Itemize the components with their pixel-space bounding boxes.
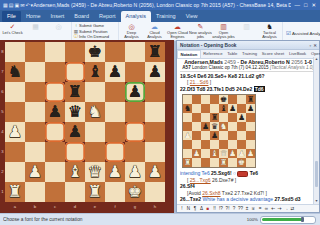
file-label-b: b bbox=[25, 202, 45, 211]
white-rook: ♜ bbox=[88, 182, 102, 202]
square-b4[interactable] bbox=[25, 122, 45, 142]
eco-code: A57 bbox=[182, 65, 190, 70]
maximize-button[interactable]: □ bbox=[304, 2, 307, 8]
square-e7[interactable]: ♝ bbox=[85, 62, 105, 82]
mini-square-e6 bbox=[219, 113, 228, 122]
white-rook: ♜ bbox=[220, 158, 227, 167]
mini-square-e8: ♚ bbox=[219, 95, 228, 104]
square-b8[interactable] bbox=[25, 42, 45, 62]
file-label-c: c bbox=[45, 202, 65, 211]
black-pawn: ♟ bbox=[68, 122, 82, 142]
annotation-text: 26.Dxe7# ] bbox=[211, 177, 237, 183]
lets-check-icon: ✓ bbox=[1, 23, 24, 31]
mini-square-c1 bbox=[201, 158, 210, 167]
notation-panel-title: Notation - Opening Book bbox=[177, 43, 310, 48]
mini-square-b3 bbox=[192, 140, 201, 149]
symbol-button-13[interactable]: ∞ bbox=[264, 205, 270, 212]
mini-square-c3 bbox=[201, 140, 210, 149]
square-f6[interactable] bbox=[105, 82, 125, 102]
ribbon-tab-strip: FileHomeInsertBoardReportAnalysisTrainin… bbox=[0, 10, 320, 22]
open-icon[interactable]: ▤ bbox=[9, 2, 14, 8]
square-h2[interactable]: ♟ bbox=[145, 162, 165, 182]
square-b7[interactable] bbox=[25, 62, 45, 82]
square-g6[interactable]: ♟ bbox=[125, 82, 145, 102]
new-analysis-jobs-icon: ✎ bbox=[189, 23, 212, 31]
square-g4[interactable] bbox=[125, 122, 145, 142]
annotation-text: [Avoid bbox=[187, 190, 202, 196]
mini-square-g6: ♟ bbox=[237, 113, 246, 122]
square-e2[interactable]: ♛ bbox=[85, 162, 105, 182]
ribbon-item-deep-analysis[interactable]: ◎Deep Analysis bbox=[120, 23, 143, 40]
notation-content: Andersen,Mads 2459 - De Abreu,Roberto N … bbox=[177, 57, 317, 205]
square-f8[interactable] bbox=[105, 42, 125, 62]
white-pawn: ♟ bbox=[28, 162, 42, 182]
square-h4[interactable] bbox=[145, 122, 165, 142]
mini-square-g3 bbox=[237, 140, 246, 149]
board-window-icon[interactable]: ▦ bbox=[3, 2, 8, 8]
quick-access-toolbar: ▦▤▣✉↶▾ bbox=[3, 2, 33, 8]
square-e1[interactable]: ♜ bbox=[85, 182, 105, 202]
ribbon-item-edit-analysis-jobs-icon: ▥ bbox=[235, 23, 258, 40]
square-f1[interactable] bbox=[105, 182, 125, 202]
mini-square-b4 bbox=[192, 131, 201, 140]
square-c4[interactable] bbox=[45, 122, 65, 142]
ribbon-item-open-analysis-jobs[interactable]: ▥Open analysis jobs bbox=[212, 23, 235, 40]
mini-square-h4 bbox=[246, 131, 255, 140]
mini-square-d8 bbox=[210, 95, 219, 104]
square-d3[interactable] bbox=[65, 142, 85, 162]
square-f7[interactable]: ♟ bbox=[105, 62, 125, 82]
black-queen: ♛ bbox=[68, 102, 82, 122]
mini-square-g8 bbox=[237, 95, 246, 104]
move-token[interactable]: Te6 bbox=[248, 170, 258, 176]
mini-square-g4 bbox=[237, 131, 246, 140]
ribbon-group-0: ✓Let's Check▦◎ bbox=[0, 22, 72, 40]
black-knight: ♞ bbox=[184, 104, 191, 113]
minimize-button[interactable]: — bbox=[295, 2, 301, 8]
square-e3[interactable] bbox=[85, 142, 105, 162]
square-h3[interactable] bbox=[145, 142, 165, 162]
square-c1[interactable] bbox=[45, 182, 65, 202]
black-bishop: ♝ bbox=[220, 104, 227, 113]
square-d4[interactable]: ♟ bbox=[65, 122, 85, 142]
square-a1[interactable]: ♜ bbox=[5, 182, 25, 202]
square-a4[interactable]: ♟ bbox=[5, 122, 25, 142]
black-pawn: ♟ bbox=[148, 62, 162, 82]
mini-square-h8: ♜ bbox=[246, 95, 255, 104]
square-a7[interactable]: ♞ bbox=[5, 62, 25, 82]
mini-square-d4: ♟ bbox=[210, 131, 219, 140]
mini-square-e7: ♝ bbox=[219, 104, 228, 113]
square-h7[interactable]: ♟ bbox=[145, 62, 165, 82]
ribbon-item-open-cloud-engines[interactable]: ☁Open Cloud Engines bbox=[166, 23, 189, 40]
file-label-f: f bbox=[105, 202, 125, 211]
mini-square-f6 bbox=[228, 113, 237, 122]
square-a6[interactable] bbox=[5, 82, 25, 102]
annotation-text: Txe2 27.Txe2 Kd7! ] bbox=[221, 190, 267, 196]
mini-square-b2: ♟ bbox=[192, 149, 201, 158]
move-token[interactable]: 26.Sf4 bbox=[180, 183, 195, 189]
ribbon-item-let-s-check[interactable]: ✓Let's Check bbox=[1, 23, 24, 40]
square-a5[interactable] bbox=[5, 102, 25, 122]
move-list: 19.Sc4 De6 20.Se5+ Ke8 21.Ld2 g6?[ 21...… bbox=[180, 73, 316, 205]
mini-square-d2: ♝ bbox=[210, 149, 219, 158]
window-controls: — □ ✕ bbox=[295, 2, 316, 8]
square-b5[interactable] bbox=[25, 102, 45, 122]
square-d7[interactable] bbox=[65, 62, 85, 82]
mini-square-h3 bbox=[246, 140, 255, 149]
square-g3[interactable] bbox=[125, 142, 145, 162]
file-label-g: g bbox=[125, 202, 145, 211]
symbol-button-10[interactable]: ± bbox=[244, 205, 250, 212]
mini-square-h5 bbox=[246, 122, 255, 131]
black-knight: ♞ bbox=[8, 62, 22, 82]
square-d5[interactable]: ♛ bbox=[65, 102, 85, 122]
chessbase-window: ▦▤▣✉↶▾ Andersen,Mads (2459) - De Abreu,R… bbox=[0, 0, 320, 225]
mini-square-c7 bbox=[201, 104, 210, 113]
white-queen: ♛ bbox=[220, 149, 227, 158]
mail-icon[interactable]: ✉ bbox=[20, 2, 24, 8]
close-button[interactable]: ✕ bbox=[311, 2, 316, 8]
white-queen: ♛ bbox=[88, 162, 102, 182]
mini-square-d5: ♛ bbox=[210, 122, 219, 131]
mini-square-b5 bbox=[192, 122, 201, 131]
symbol-button-12[interactable]: = bbox=[257, 205, 263, 212]
square-g2[interactable]: ♟ bbox=[125, 162, 145, 182]
symbol-button-1[interactable]: N bbox=[186, 205, 192, 212]
zoom-value: 100% bbox=[247, 217, 258, 222]
square-d2[interactable]: ♝ bbox=[65, 162, 85, 182]
ribbon-item-check-statistics-icon: ◎ bbox=[47, 23, 70, 40]
check-statistics-icon: ◎ bbox=[47, 23, 70, 31]
notation-panel: Notation - Opening Book ▫ ✕ NotationRefe… bbox=[176, 40, 320, 213]
mini-square-c2 bbox=[201, 149, 210, 158]
board-panel: 87654321 ♚♜♞♝♟♟♜♟♟♛♞♟♟♟♝♛♟♟♟♜♜♚ abcdefgh bbox=[0, 40, 174, 213]
annotation-symbols-toolbar: !N¶Δ■!!!??!???±∓=∞+--+→⇄ bbox=[177, 204, 319, 212]
mini-square-b1 bbox=[192, 158, 201, 167]
mini-square-f5 bbox=[228, 122, 237, 131]
mini-square-b7 bbox=[192, 104, 201, 113]
annotation-text: White has a decisive advantage bbox=[203, 196, 275, 202]
white-king: ♚ bbox=[128, 182, 142, 202]
mini-square-f2: ♟ bbox=[228, 149, 237, 158]
tab-file[interactable]: File bbox=[2, 11, 21, 22]
square-g1[interactable]: ♚ bbox=[125, 182, 145, 202]
black-pawn: ♟ bbox=[247, 104, 254, 113]
symbol-button-17[interactable]: ⇄ bbox=[290, 205, 296, 212]
mini-square-h1 bbox=[246, 158, 255, 167]
file-label-a: a bbox=[5, 202, 25, 211]
square-f5[interactable] bbox=[105, 102, 125, 122]
black-rook: ♜ bbox=[247, 95, 254, 104]
mini-square-a2 bbox=[183, 149, 192, 158]
mini-square-g5 bbox=[237, 122, 246, 131]
mini-square-e4 bbox=[219, 131, 228, 140]
square-f3[interactable] bbox=[105, 142, 125, 162]
black-queen: ♛ bbox=[211, 122, 218, 131]
status-bar: Choose a font for the current notation 1… bbox=[0, 213, 320, 225]
white-pawn: ♟ bbox=[238, 149, 245, 158]
tab-view[interactable]: View bbox=[181, 11, 203, 22]
checkbox-checked-icon[interactable]: ☑ bbox=[286, 30, 291, 36]
tab-analysis[interactable]: Analysis bbox=[121, 11, 151, 22]
move-token[interactable]: 19.Sc4 De6 20.Se5+ Ke8 21.Ld2 g6? bbox=[180, 73, 265, 79]
square-h8[interactable]: ♜ bbox=[145, 42, 165, 62]
mini-square-a6 bbox=[183, 113, 192, 122]
square-a8[interactable] bbox=[5, 42, 25, 62]
mini-square-g2: ♟ bbox=[237, 149, 246, 158]
tab-training[interactable]: Training bbox=[151, 11, 181, 22]
white-pawn: ♟ bbox=[8, 122, 22, 142]
mini-square-f1 bbox=[228, 158, 237, 167]
inline-diagram: ♚♜♞♝♟♟♜♟♟♛♞♟♟♟♝♛♟♟♟♜♜♚ bbox=[182, 94, 256, 168]
mini-square-b6 bbox=[192, 113, 201, 122]
square-e8[interactable]: ♚ bbox=[85, 42, 105, 62]
mini-square-f8 bbox=[228, 95, 237, 104]
symbol-button-0[interactable]: ! bbox=[179, 205, 185, 212]
mini-square-g7 bbox=[237, 104, 246, 113]
move-token[interactable]: 26...Txe2 bbox=[180, 196, 203, 202]
white-knight: ♞ bbox=[88, 102, 102, 122]
square-d6[interactable]: ♜ bbox=[65, 82, 85, 102]
square-e6[interactable] bbox=[85, 82, 105, 102]
black-pawn: ♟ bbox=[48, 102, 62, 122]
tab-insert[interactable]: Insert bbox=[46, 11, 70, 22]
square-c7[interactable] bbox=[45, 62, 65, 82]
panel-window-icon[interactable]: ▫ bbox=[310, 43, 312, 48]
eval-badge-icon bbox=[237, 171, 248, 177]
symbol-button-6[interactable]: !? bbox=[218, 205, 224, 212]
mini-square-a8 bbox=[183, 95, 192, 104]
mini-square-e1: ♜ bbox=[219, 158, 228, 167]
move-token[interactable]: 25.Sxg6! bbox=[211, 170, 233, 176]
black-rook: ♜ bbox=[211, 113, 218, 122]
white-pawn: ♟ bbox=[193, 149, 200, 158]
black-king: ♚ bbox=[220, 95, 227, 104]
cloud-analysis-icon: ☁ bbox=[143, 23, 166, 31]
annotation-text: intending Te6 bbox=[180, 170, 211, 176]
square-c6[interactable] bbox=[45, 82, 65, 102]
square-g7[interactable] bbox=[125, 62, 145, 82]
white-pawn: ♟ bbox=[184, 131, 191, 140]
mini-square-e2: ♛ bbox=[219, 149, 228, 158]
mini-square-f4 bbox=[228, 131, 237, 140]
file-label-d: d bbox=[65, 202, 85, 211]
mini-square-a1: ♜ bbox=[183, 158, 192, 167]
notation-scrollbar[interactable]: ▲ ▼ bbox=[313, 57, 319, 204]
tab-report[interactable]: Report bbox=[94, 11, 121, 22]
mini-square-d6: ♜ bbox=[210, 113, 219, 122]
tab-home[interactable]: Home bbox=[21, 11, 46, 22]
mini-square-b8 bbox=[192, 95, 201, 104]
mini-square-d7 bbox=[210, 104, 219, 113]
file-label-e: e bbox=[85, 202, 105, 211]
mini-square-c4 bbox=[201, 131, 210, 140]
square-a2[interactable] bbox=[5, 162, 25, 182]
black-pawn: ♟ bbox=[108, 62, 122, 82]
square-h5[interactable] bbox=[145, 102, 165, 122]
save-icon[interactable]: ▣ bbox=[14, 2, 19, 8]
annotation-text: ] bbox=[208, 79, 211, 85]
square-d8[interactable] bbox=[65, 42, 85, 62]
square-c3[interactable] bbox=[45, 142, 65, 162]
symbol-button-3[interactable]: Δ bbox=[199, 205, 205, 212]
symbol-button-8[interactable]: ? bbox=[231, 205, 237, 212]
symbol-button-15[interactable]: -+ bbox=[277, 205, 283, 212]
square-c8[interactable] bbox=[45, 42, 65, 62]
mini-square-f7: ♟ bbox=[228, 104, 237, 113]
open-analysis-jobs-icon: ▥ bbox=[212, 23, 235, 31]
black-pawn: ♟ bbox=[128, 82, 142, 102]
panel-close-icon[interactable]: ✕ bbox=[313, 43, 317, 48]
mini-square-a7: ♞ bbox=[183, 104, 192, 113]
mini-square-d1 bbox=[210, 158, 219, 167]
square-c2[interactable] bbox=[45, 162, 65, 182]
white-pawn: ♟ bbox=[148, 162, 162, 182]
mini-square-c8 bbox=[201, 95, 210, 104]
mini-square-d3 bbox=[210, 140, 219, 149]
symbol-button-5[interactable]: !! bbox=[212, 205, 218, 212]
symbol-button-16[interactable]: → bbox=[283, 205, 289, 212]
square-b2[interactable]: ♟ bbox=[25, 162, 45, 182]
white-rook: ♜ bbox=[184, 158, 191, 167]
white-knight: ♞ bbox=[220, 122, 227, 131]
white-pawn: ♟ bbox=[247, 149, 254, 158]
symbol-button-11[interactable]: ∓ bbox=[251, 205, 257, 212]
square-f4[interactable] bbox=[105, 122, 125, 142]
square-g8[interactable] bbox=[125, 42, 145, 62]
annotator: [Tactical Analysis 1.0] bbox=[270, 65, 314, 70]
square-b3[interactable] bbox=[25, 142, 45, 162]
window-title: Andersen,Mads (2459) - De Abreu,Roberto … bbox=[33, 2, 290, 8]
mini-square-a5 bbox=[183, 122, 192, 131]
symbol-button-4[interactable]: ■ bbox=[205, 205, 211, 212]
chess-board: ♚♜♞♝♟♟♜♟♟♛♞♟♟♟♝♛♟♟♟♜♜♚ bbox=[5, 42, 165, 202]
contribute-engine-icon: ▦ bbox=[24, 23, 47, 31]
ribbon-analysis: ✓Let's Check▦◎↑Submit Game▦Submit Positi… bbox=[0, 22, 320, 41]
ribbon-item-tactical-analysis[interactable]: ♞Tactical Analysis bbox=[258, 23, 281, 40]
deep-analysis-icon: ◎ bbox=[120, 23, 143, 31]
ribbon-item-info-on-demand[interactable]: ⓘInfo On Demand bbox=[73, 34, 117, 39]
white-pawn: ♟ bbox=[108, 162, 122, 182]
symbol-button-7[interactable]: ?! bbox=[225, 205, 231, 212]
white-rook: ♜ bbox=[8, 182, 22, 202]
assisted-analysis-toggle[interactable]: ☑Assisted Analysis bbox=[283, 22, 320, 40]
mini-square-h2: ♟ bbox=[246, 149, 255, 158]
scrollbar-thumb[interactable] bbox=[315, 161, 318, 187]
mini-square-h6 bbox=[246, 113, 255, 122]
mini-square-e3 bbox=[219, 140, 228, 149]
square-c5[interactable]: ♟ bbox=[45, 102, 65, 122]
tab-board[interactable]: Board bbox=[69, 11, 94, 22]
square-a3[interactable] bbox=[5, 142, 25, 162]
variation-link[interactable]: 21...Sd6 bbox=[190, 79, 209, 85]
status-hint: Choose a font for the current notation bbox=[3, 217, 247, 222]
mini-square-h7: ♟ bbox=[246, 104, 255, 113]
symbol-button-9[interactable]: ?? bbox=[238, 205, 244, 212]
undo-icon[interactable]: ↶ bbox=[25, 2, 29, 8]
white-bishop: ♝ bbox=[211, 149, 218, 158]
ribbon-group-1: ↑Submit Game▦Submit PositionⓘInfo On Dem… bbox=[72, 22, 119, 40]
white-pawn: ♟ bbox=[128, 162, 142, 182]
black-pawn: ♟ bbox=[202, 122, 209, 131]
mini-square-g1: ♚ bbox=[237, 158, 246, 167]
square-b6[interactable] bbox=[25, 82, 45, 102]
black-king: ♚ bbox=[88, 42, 102, 62]
mini-square-c5: ♟ bbox=[201, 122, 210, 131]
black-rook: ♜ bbox=[68, 82, 82, 102]
ribbon-item-contribute-engine-icon: ▦ bbox=[24, 23, 47, 40]
variation-link[interactable]: 25...Txg6 bbox=[190, 177, 211, 183]
notation-line-2: 22.Df3 Td8 23.Tfe1 Dd5 24.De2 Td6 bbox=[180, 86, 316, 92]
mini-square-f3 bbox=[228, 140, 237, 149]
mini-square-a3 bbox=[183, 140, 192, 149]
file-label-h: h bbox=[145, 202, 165, 211]
notation-panel-header: Notation - Opening Book ▫ ✕ bbox=[177, 41, 319, 50]
title-bar: ▦▤▣✉↶▾ Andersen,Mads (2459) - De Abreu,R… bbox=[0, 0, 320, 10]
tactical-analysis-icon: ♞ bbox=[258, 23, 281, 31]
square-h1[interactable] bbox=[145, 182, 165, 202]
event-name: London Classic op 7th (7) 04.12.2015 bbox=[191, 65, 270, 70]
move-token[interactable]: 22.Df3 Td8 23.Tfe1 Dd5 24.De2 bbox=[180, 86, 254, 92]
white-bishop: ♝ bbox=[68, 162, 82, 182]
square-g5[interactable] bbox=[125, 102, 145, 122]
symbol-button-14[interactable]: +- bbox=[270, 205, 276, 212]
black-pawn: ♟ bbox=[238, 113, 245, 122]
square-d1[interactable] bbox=[65, 182, 85, 202]
black-rook: ♜ bbox=[148, 42, 162, 62]
edit-analysis-jobs-icon: ▥ bbox=[235, 23, 258, 31]
notation-line-4: intending Te6 25.Sxg6! ○ Te6 bbox=[180, 170, 316, 177]
mini-square-a4: ♟ bbox=[183, 131, 192, 140]
zoom-slider-fill bbox=[262, 218, 302, 221]
square-h6[interactable] bbox=[145, 82, 165, 102]
symbol-button-2[interactable]: ¶ bbox=[192, 205, 198, 212]
square-b1[interactable] bbox=[25, 182, 45, 202]
ribbon-item-cloud-analysis[interactable]: ☁Cloud Analysis bbox=[143, 23, 166, 40]
variation-link[interactable]: 26.Sxh8 bbox=[202, 190, 220, 196]
square-e4[interactable] bbox=[85, 122, 105, 142]
mini-square-c6 bbox=[201, 113, 210, 122]
file-labels: abcdefgh bbox=[5, 202, 165, 211]
ribbon-item-new-analysis-jobs[interactable]: ✎New analysis jobs bbox=[189, 23, 212, 40]
ribbon-group-2: ◎Deep Analysis☁Cloud Analysis☁Open Cloud… bbox=[119, 22, 283, 40]
scroll-up-icon[interactable]: ▲ bbox=[314, 57, 319, 62]
black-pawn: ♟ bbox=[211, 131, 218, 140]
square-f2[interactable]: ♟ bbox=[105, 162, 125, 182]
mini-square-e5: ♞ bbox=[219, 122, 228, 131]
open-cloud-engines-icon: ☁ bbox=[166, 23, 189, 31]
zoom-slider-knob[interactable] bbox=[301, 217, 304, 222]
square-e5[interactable]: ♞ bbox=[85, 102, 105, 122]
game-header-event: A57 London Classic op 7th (7) 04.12.2015… bbox=[180, 65, 316, 72]
black-pawn: ♟ bbox=[229, 104, 236, 113]
zoom-slider[interactable] bbox=[260, 216, 316, 224]
black-bishop: ♝ bbox=[88, 62, 102, 82]
white-pawn: ♟ bbox=[229, 149, 236, 158]
selected-move[interactable]: Td6 bbox=[254, 86, 265, 92]
white-king: ♚ bbox=[238, 158, 245, 167]
